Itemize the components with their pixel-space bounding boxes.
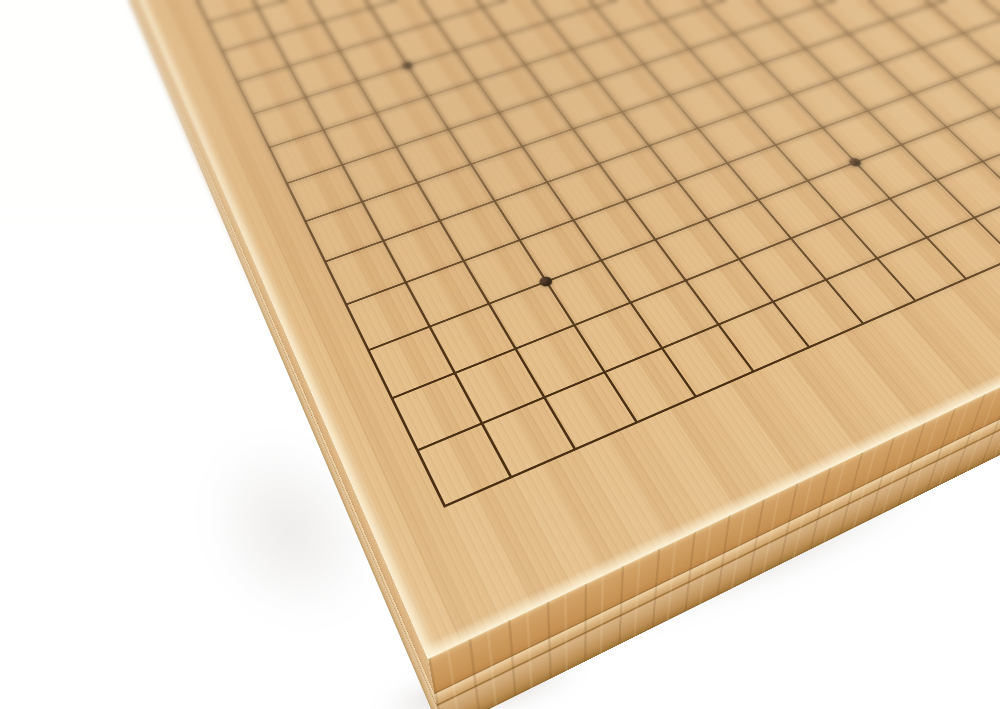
board-top-surface xyxy=(81,0,1000,659)
product-photo-stage xyxy=(0,0,1000,709)
go-board xyxy=(81,0,1000,659)
go-grid-19x19 xyxy=(135,0,1000,508)
perspective-scene xyxy=(0,0,1000,709)
